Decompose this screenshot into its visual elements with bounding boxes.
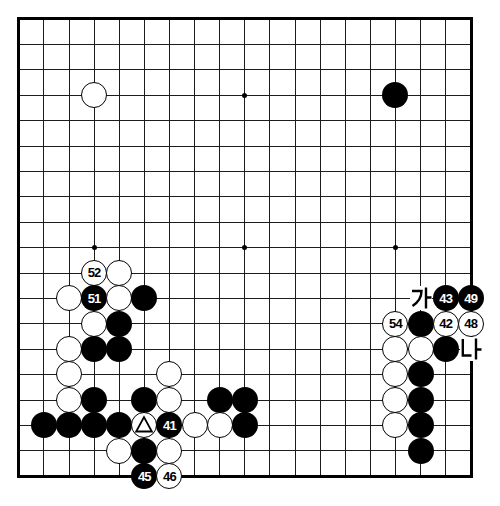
move-number: 45	[138, 469, 151, 482]
black-stone	[106, 336, 132, 362]
black-stone	[81, 336, 107, 362]
white-stone	[156, 387, 182, 413]
black-stone: 41	[156, 412, 182, 438]
black-stone	[408, 311, 434, 337]
black-stone	[106, 311, 132, 337]
white-stone	[56, 361, 82, 387]
white-stone	[382, 336, 408, 362]
white-stone	[106, 260, 132, 286]
black-stone	[408, 387, 434, 413]
move-number: 48	[464, 317, 477, 330]
point-label-na	[460, 337, 482, 361]
black-stone	[81, 412, 107, 438]
white-stone	[207, 412, 233, 438]
black-stone	[81, 387, 107, 413]
move-number: 42	[439, 317, 452, 330]
hangul-na-glyph	[460, 337, 482, 361]
black-stone	[131, 387, 157, 413]
move-number: 51	[88, 291, 101, 304]
white-stone	[81, 311, 107, 337]
black-stone	[31, 412, 57, 438]
move-number: 43	[439, 291, 452, 304]
move-number: 54	[389, 317, 402, 330]
white-stone: 48	[458, 311, 484, 337]
white-stone	[156, 438, 182, 464]
white-stone	[131, 412, 157, 438]
white-stone: 52	[81, 260, 107, 286]
white-stone	[56, 336, 82, 362]
black-stone	[207, 387, 233, 413]
black-stone	[232, 387, 258, 413]
black-stone	[433, 336, 459, 362]
white-stone	[182, 412, 208, 438]
white-stone	[106, 438, 132, 464]
white-stone	[382, 387, 408, 413]
move-number: 46	[163, 469, 176, 482]
black-stone	[131, 285, 157, 311]
black-stone: 51	[81, 285, 107, 311]
black-stone	[131, 438, 157, 464]
white-stone: 54	[382, 311, 408, 337]
white-stone	[106, 285, 132, 311]
move-number: 49	[464, 291, 477, 304]
black-stone	[232, 412, 258, 438]
point-label-ga	[410, 286, 432, 310]
move-number: 41	[163, 418, 176, 431]
black-stone	[382, 82, 408, 108]
white-stone	[382, 361, 408, 387]
black-stone: 49	[458, 285, 484, 311]
white-stone	[56, 285, 82, 311]
white-stone	[81, 82, 107, 108]
black-stone: 45	[131, 463, 157, 489]
black-stone	[106, 412, 132, 438]
black-stone	[408, 412, 434, 438]
black-stone	[408, 438, 434, 464]
white-stone	[56, 387, 82, 413]
white-stone	[382, 412, 408, 438]
go-board-diagram: 5251 4145464349544248	[0, 0, 500, 506]
white-stone: 42	[433, 311, 459, 337]
black-stone: 43	[433, 285, 459, 311]
white-stone	[156, 361, 182, 387]
black-stone	[408, 361, 434, 387]
go-board: 5251 4145464349544248	[6, 6, 483, 488]
white-stone	[408, 336, 434, 362]
black-stone	[56, 412, 82, 438]
hangul-ga-glyph	[410, 286, 432, 310]
white-stone: 46	[156, 463, 182, 489]
triangle-mark-icon	[132, 412, 156, 438]
move-number: 52	[88, 266, 101, 279]
